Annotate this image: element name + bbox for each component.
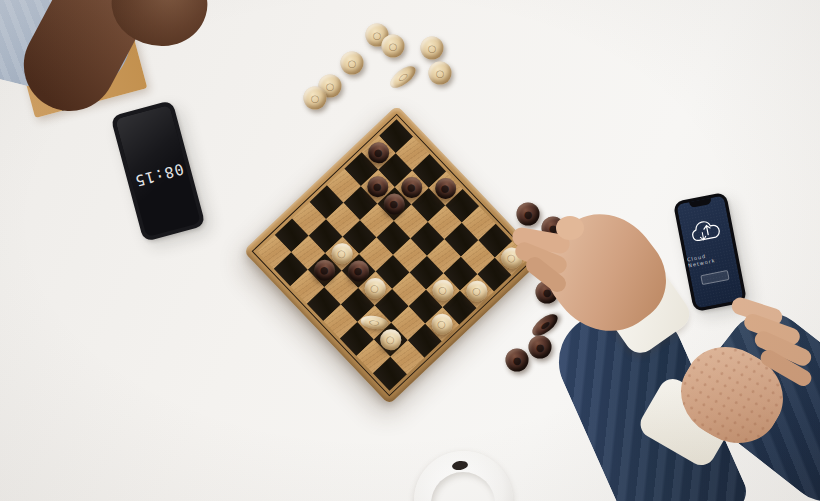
clock-time: 08:15: [130, 159, 189, 191]
dark-pawn[interactable]: ●: [529, 336, 552, 359]
coffee-lid-inner-ring: [431, 472, 495, 501]
coffee-cup-lid: [414, 451, 513, 501]
light-pawn[interactable]: ○: [382, 35, 405, 58]
coffee-lid-sip-hole: [451, 460, 468, 471]
cloud-sync-icon: [687, 216, 726, 251]
phone-cloud-screen: Cloud Network: [676, 195, 743, 308]
light-pawn[interactable]: ○: [421, 37, 444, 60]
cloud-app-button[interactable]: [700, 270, 729, 285]
phone-notch: [689, 198, 712, 208]
dark-pawn-tipped[interactable]: ●: [529, 310, 561, 340]
board-grid: ●●●●●●●○○○○○○○○: [257, 119, 528, 390]
phone-clock[interactable]: 08:15: [110, 100, 205, 242]
table-scene: ●●●●●●●○○○○○○○○ ○○○○○○○○●●●●●● 08:15 Clo…: [0, 0, 820, 501]
dark-pawn[interactable]: ●: [517, 203, 540, 226]
chessboard[interactable]: ●●●●●●●○○○○○○○○: [243, 105, 543, 405]
phone-clock-screen: 08:15: [115, 105, 201, 237]
light-pawn[interactable]: ○: [304, 87, 327, 110]
light-pawn-tipped[interactable]: ○: [387, 62, 419, 92]
knuckle: [556, 216, 584, 240]
light-pawn[interactable]: ○: [341, 52, 364, 75]
dark-pawn[interactable]: ●: [506, 349, 529, 372]
light-pawn[interactable]: ○: [429, 62, 452, 85]
phone-cloud[interactable]: Cloud Network: [673, 192, 747, 312]
